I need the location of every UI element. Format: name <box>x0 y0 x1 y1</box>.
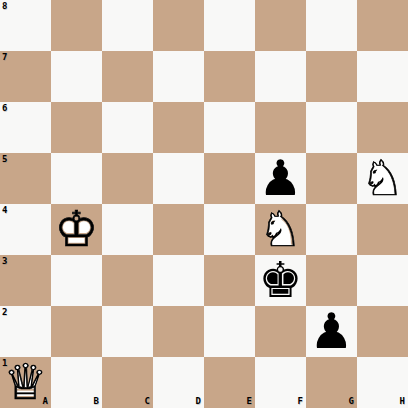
square-e7[interactable] <box>204 51 255 102</box>
square-a3[interactable]: 3 <box>0 255 51 306</box>
square-b1[interactable]: B <box>51 357 102 408</box>
square-g8[interactable] <box>306 0 357 51</box>
file-label-a: A <box>43 397 48 406</box>
square-f1[interactable]: F <box>255 357 306 408</box>
square-h1[interactable]: H <box>357 357 408 408</box>
square-h6[interactable] <box>357 102 408 153</box>
black-pawn[interactable]: ♟ <box>255 153 306 204</box>
square-d4[interactable] <box>153 204 204 255</box>
square-e1[interactable]: E <box>204 357 255 408</box>
square-e5[interactable] <box>204 153 255 204</box>
square-b4[interactable]: ♚♔ <box>51 204 102 255</box>
square-g1[interactable]: G <box>306 357 357 408</box>
square-e2[interactable] <box>204 306 255 357</box>
rank-label-6: 6 <box>2 104 7 113</box>
square-a5[interactable]: 5 <box>0 153 51 204</box>
square-d7[interactable] <box>153 51 204 102</box>
square-g6[interactable] <box>306 102 357 153</box>
square-b8[interactable] <box>51 0 102 51</box>
file-label-g: G <box>349 397 354 406</box>
square-f3[interactable]: ♚ <box>255 255 306 306</box>
square-f5[interactable]: ♟ <box>255 153 306 204</box>
square-c3[interactable] <box>102 255 153 306</box>
black-pawn[interactable]: ♟ <box>306 306 357 357</box>
white-king[interactable]: ♚♔ <box>51 204 102 255</box>
file-label-h: H <box>400 397 405 406</box>
square-g4[interactable] <box>306 204 357 255</box>
square-h5[interactable]: ♞♘ <box>357 153 408 204</box>
square-f7[interactable] <box>255 51 306 102</box>
square-h8[interactable] <box>357 0 408 51</box>
square-f4[interactable]: ♞♘ <box>255 204 306 255</box>
square-d5[interactable] <box>153 153 204 204</box>
square-a7[interactable]: 7 <box>0 51 51 102</box>
square-b3[interactable] <box>51 255 102 306</box>
file-label-f: F <box>298 397 303 406</box>
white-knight-outline: ♘ <box>259 205 303 254</box>
rank-label-2: 2 <box>2 308 7 317</box>
square-a6[interactable]: 6 <box>0 102 51 153</box>
white-king-outline: ♔ <box>55 205 99 254</box>
square-d3[interactable] <box>153 255 204 306</box>
file-label-c: C <box>145 397 150 406</box>
rank-label-4: 4 <box>2 206 7 215</box>
square-e4[interactable] <box>204 204 255 255</box>
square-d8[interactable] <box>153 0 204 51</box>
square-a8[interactable]: 8 <box>0 0 51 51</box>
square-e3[interactable] <box>204 255 255 306</box>
square-h2[interactable] <box>357 306 408 357</box>
square-h7[interactable] <box>357 51 408 102</box>
chess-board: 8765♟♞♘4♚♔♞♘3♚2♟1A♛♕BCDEFGH <box>0 0 408 408</box>
square-b2[interactable] <box>51 306 102 357</box>
square-c6[interactable] <box>102 102 153 153</box>
square-d6[interactable] <box>153 102 204 153</box>
square-c7[interactable] <box>102 51 153 102</box>
file-label-b: B <box>94 397 99 406</box>
square-b7[interactable] <box>51 51 102 102</box>
white-queen-outline: ♕ <box>4 358 48 407</box>
rank-label-1: 1 <box>2 359 7 368</box>
square-e8[interactable] <box>204 0 255 51</box>
black-king-glyph: ♚ <box>259 256 303 305</box>
black-pawn-glyph: ♟ <box>310 307 354 356</box>
rank-label-7: 7 <box>2 53 7 62</box>
square-h3[interactable] <box>357 255 408 306</box>
square-g2[interactable]: ♟ <box>306 306 357 357</box>
white-knight-outline: ♘ <box>361 154 405 203</box>
rank-label-5: 5 <box>2 155 7 164</box>
square-b6[interactable] <box>51 102 102 153</box>
square-a1[interactable]: 1A♛♕ <box>0 357 51 408</box>
square-c1[interactable]: C <box>102 357 153 408</box>
square-g3[interactable] <box>306 255 357 306</box>
rank-label-3: 3 <box>2 257 7 266</box>
square-c4[interactable] <box>102 204 153 255</box>
square-d2[interactable] <box>153 306 204 357</box>
square-a2[interactable]: 2 <box>0 306 51 357</box>
square-a4[interactable]: 4 <box>0 204 51 255</box>
square-b5[interactable] <box>51 153 102 204</box>
square-g5[interactable] <box>306 153 357 204</box>
square-h4[interactable] <box>357 204 408 255</box>
file-label-d: D <box>196 397 201 406</box>
square-c2[interactable] <box>102 306 153 357</box>
square-f8[interactable] <box>255 0 306 51</box>
black-pawn-glyph: ♟ <box>259 154 303 203</box>
square-e6[interactable] <box>204 102 255 153</box>
square-g7[interactable] <box>306 51 357 102</box>
square-c8[interactable] <box>102 0 153 51</box>
file-label-e: E <box>247 397 252 406</box>
square-f6[interactable] <box>255 102 306 153</box>
square-d1[interactable]: D <box>153 357 204 408</box>
white-knight[interactable]: ♞♘ <box>357 153 408 204</box>
square-f2[interactable] <box>255 306 306 357</box>
rank-label-8: 8 <box>2 2 7 11</box>
white-knight[interactable]: ♞♘ <box>255 204 306 255</box>
black-king[interactable]: ♚ <box>255 255 306 306</box>
square-c5[interactable] <box>102 153 153 204</box>
